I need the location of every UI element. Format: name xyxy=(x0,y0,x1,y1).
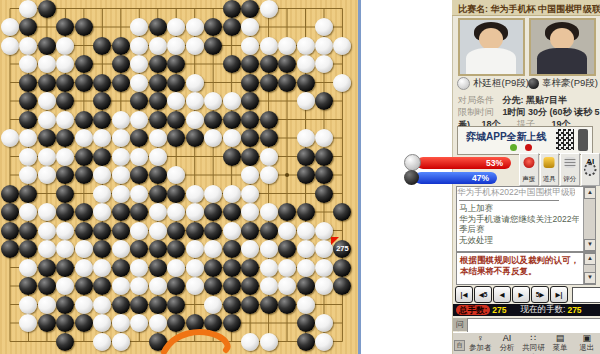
white-stone xyxy=(130,314,148,332)
last-move-button[interactable]: ▶| xyxy=(550,286,568,303)
black-stone xyxy=(130,166,148,184)
person-icon: ♀ xyxy=(467,334,494,343)
white-stone xyxy=(167,92,185,110)
white-stone xyxy=(130,111,148,129)
white-stone xyxy=(260,333,278,351)
qr-code-icon xyxy=(556,129,574,150)
menu-label: 菜单 xyxy=(553,343,568,352)
black-stone xyxy=(56,296,74,314)
black-stone xyxy=(204,111,222,129)
black-stone xyxy=(56,74,74,92)
white-stone xyxy=(19,55,37,73)
black-stone xyxy=(223,314,241,332)
black-stone xyxy=(204,222,222,240)
black-stone xyxy=(1,203,19,221)
white-stone xyxy=(241,18,259,36)
black-stone xyxy=(93,240,111,258)
white-stone xyxy=(278,37,296,55)
black-stone xyxy=(278,296,296,314)
black-stone xyxy=(241,55,259,73)
android-icon[interactable] xyxy=(510,144,517,151)
black-stone xyxy=(19,185,37,203)
black-stone xyxy=(223,0,241,18)
white-stone xyxy=(56,277,74,295)
match-header: 比赛名: 华为手机杯 中国围棋甲级联赛 xyxy=(452,0,600,16)
participants-label: 参加者 xyxy=(469,343,492,352)
white-stone xyxy=(186,111,204,129)
white-stone xyxy=(204,92,222,110)
white-stone xyxy=(260,0,278,18)
black-stone xyxy=(149,92,167,110)
time-label: 限制时间 xyxy=(458,107,494,117)
black-stone xyxy=(241,148,259,166)
black-stone xyxy=(19,222,37,240)
black-stone xyxy=(112,259,130,277)
white-stone xyxy=(149,277,167,295)
black-stone xyxy=(149,259,167,277)
white-stone xyxy=(93,166,111,184)
greeting-input[interactable] xyxy=(467,318,600,333)
white-stone xyxy=(19,203,37,221)
white-stone xyxy=(315,222,333,240)
black-stone-icon xyxy=(404,170,419,185)
photo-face xyxy=(479,28,503,50)
black-stone xyxy=(1,185,19,203)
white-stone xyxy=(38,203,56,221)
white-stone xyxy=(56,55,74,73)
black-stone xyxy=(56,314,74,332)
white-stone xyxy=(204,240,222,258)
last-move-stone: 275 xyxy=(333,240,351,258)
white-stone xyxy=(19,37,37,55)
white-stone xyxy=(186,92,204,110)
chat-line-clipped: 华为手机杯2022中国围棋甲级联赛 xyxy=(457,187,575,199)
black-stone xyxy=(56,333,74,351)
black-stone xyxy=(112,203,130,221)
white-player-row: 朴廷桓(P9段) xyxy=(457,77,529,89)
black-winrate-bar: 47% xyxy=(415,172,497,184)
black-stone xyxy=(204,259,222,277)
black-stone xyxy=(112,296,130,314)
black-winrate-row: 47% xyxy=(404,170,497,185)
white-stone xyxy=(56,240,74,258)
white-stone xyxy=(38,55,56,73)
black-stone xyxy=(297,148,315,166)
black-stone xyxy=(241,129,259,147)
white-stone xyxy=(130,222,148,240)
black-stone xyxy=(56,185,74,203)
white-stone xyxy=(204,296,222,314)
white-stone xyxy=(149,222,167,240)
black-stone xyxy=(75,166,93,184)
black-stone xyxy=(223,148,241,166)
white-player-name: 朴廷桓(P9段) xyxy=(473,77,529,90)
black-stone xyxy=(93,37,111,55)
book-icon: ▤ xyxy=(547,334,574,343)
current-move-label: 现在的手数: xyxy=(521,304,566,316)
scroll-down-icon[interactable]: ▼ xyxy=(584,239,596,251)
greeting-label: 问候语 xyxy=(453,318,467,331)
black-stone xyxy=(297,74,315,92)
black-stone xyxy=(167,55,185,73)
white-stone xyxy=(223,92,241,110)
black-stone xyxy=(19,18,37,36)
white-stone xyxy=(56,222,74,240)
black-stone xyxy=(260,222,278,240)
white-stone xyxy=(56,111,74,129)
chat-scrollbar[interactable]: ▲ ▼ xyxy=(583,187,595,251)
white-stone xyxy=(149,203,167,221)
black-stone xyxy=(38,314,56,332)
chat-line: 马上加赛 xyxy=(457,203,579,214)
move-count-bar: 总手数: 275 现在的手数: 275 xyxy=(453,304,600,316)
ai-icon: AI xyxy=(494,334,521,343)
black-stone xyxy=(112,55,130,73)
white-stone xyxy=(297,222,315,240)
black-stone xyxy=(241,296,259,314)
black-stone xyxy=(149,240,167,258)
chat-line: 华为手机邀请您继续关注2022年围甲联赛 xyxy=(457,214,579,225)
conditions-label: 对局条件 xyxy=(458,95,494,105)
photo-torso xyxy=(537,48,587,74)
white-winrate-row: 53% xyxy=(404,155,511,170)
white-stone xyxy=(297,296,315,314)
white-stone xyxy=(38,166,56,184)
scroll-up-icon[interactable]: ▲ xyxy=(584,253,596,265)
white-stone xyxy=(167,166,185,184)
black-stone xyxy=(297,314,315,332)
white-stone xyxy=(186,277,204,295)
cheer-label: 声援 xyxy=(520,175,538,184)
white-stone xyxy=(130,37,148,55)
white-stone xyxy=(56,37,74,55)
black-stone xyxy=(130,203,148,221)
black-stone xyxy=(186,129,204,147)
stones-layer: 275 xyxy=(0,0,358,354)
white-stone xyxy=(93,259,111,277)
white-stone xyxy=(130,185,148,203)
black-stone xyxy=(315,148,333,166)
move-number-label: 275 xyxy=(333,240,351,258)
white-stone-icon xyxy=(404,154,421,171)
black-stone xyxy=(223,296,241,314)
move-number-input[interactable] xyxy=(572,287,600,303)
white-stone xyxy=(38,240,56,258)
white-stone xyxy=(149,148,167,166)
black-stone xyxy=(260,129,278,147)
black-stone xyxy=(56,203,74,221)
white-stone xyxy=(112,185,130,203)
black-stone xyxy=(167,185,185,203)
chat-line: 无效处理 xyxy=(457,235,579,246)
black-stone xyxy=(93,111,111,129)
white-stone xyxy=(112,111,130,129)
white-stone xyxy=(38,148,56,166)
white-stone xyxy=(112,240,130,258)
black-stone xyxy=(260,55,278,73)
white-stone xyxy=(130,259,148,277)
auto-button[interactable]: 自 xyxy=(454,340,465,351)
current-move-value: 275 xyxy=(567,305,581,315)
black-stone xyxy=(75,148,93,166)
black-stone xyxy=(278,74,296,92)
black-stone xyxy=(297,333,315,351)
black-stone xyxy=(167,74,185,92)
white-stone xyxy=(315,259,333,277)
white-stone xyxy=(260,37,278,55)
participants-button[interactable]: ♀ 参加者 xyxy=(467,334,494,353)
black-stone xyxy=(223,18,241,36)
black-stone xyxy=(260,111,278,129)
white-stone xyxy=(93,185,111,203)
white-stone xyxy=(149,37,167,55)
photo-face xyxy=(550,28,574,50)
white-stone xyxy=(38,92,56,110)
white-player-photo xyxy=(458,18,525,76)
black-stone xyxy=(278,240,296,258)
white-stone xyxy=(38,222,56,240)
white-stone xyxy=(186,37,204,55)
white-stone xyxy=(130,55,148,73)
black-stone xyxy=(19,277,37,295)
black-stone xyxy=(167,240,185,258)
match-title: 比赛名: 华为手机杯 中国围棋甲级联赛 xyxy=(452,0,600,16)
ai-analysis-button[interactable]: AI 分析 xyxy=(494,334,521,353)
white-stone xyxy=(278,277,296,295)
scroll-down-icon[interactable]: ▼ xyxy=(584,272,596,284)
items-button[interactable]: 道具 xyxy=(540,153,560,186)
analysis-label: 分析 xyxy=(499,343,514,352)
exit-label: 退出 xyxy=(579,343,594,352)
cheer-buttons: 声援 道具 评分 AI xyxy=(519,153,600,186)
black-stone xyxy=(278,203,296,221)
white-stone xyxy=(38,111,56,129)
forward-button[interactable]: ▶ xyxy=(512,286,530,303)
phone-icon xyxy=(578,129,588,151)
black-stone xyxy=(56,129,74,147)
item-box-icon xyxy=(544,157,555,168)
white-stone xyxy=(260,259,278,277)
white-stone xyxy=(241,333,259,351)
white-stone xyxy=(93,203,111,221)
black-stone xyxy=(93,148,111,166)
white-stone xyxy=(186,259,204,277)
black-stone xyxy=(333,259,351,277)
white-stone xyxy=(260,148,278,166)
white-stone xyxy=(260,203,278,221)
white-stone xyxy=(333,74,351,92)
black-stone xyxy=(93,92,111,110)
white-stone xyxy=(112,277,130,295)
white-stone xyxy=(223,222,241,240)
black-stone xyxy=(278,55,296,73)
white-stone xyxy=(186,203,204,221)
white-stone xyxy=(75,259,93,277)
items-label: 道具 xyxy=(541,175,559,184)
black-stone xyxy=(223,240,241,258)
exit-button[interactable]: ▣ 退出 xyxy=(573,334,600,353)
white-stone xyxy=(315,277,333,295)
black-stone xyxy=(167,277,185,295)
black-stone xyxy=(149,185,167,203)
chat-box[interactable]: 华为手机杯2022中国围棋甲级联赛 马上加赛 华为手机邀请您继续关注2022年围… xyxy=(456,186,596,252)
komi-value: 分先: 黑贴7目半 xyxy=(503,95,568,105)
black-player-photo xyxy=(529,18,596,76)
research-label: 共同研究 xyxy=(522,343,545,354)
white-stone xyxy=(112,166,130,184)
go-board[interactable]: 275 xyxy=(0,0,358,354)
joint-research-button[interactable]: ∷ 共同研究 xyxy=(520,334,547,354)
white-stone xyxy=(260,240,278,258)
cheer-button[interactable]: 声援 xyxy=(519,153,539,186)
black-stone xyxy=(149,111,167,129)
scroll-up-icon[interactable]: ▲ xyxy=(584,187,596,199)
white-stone xyxy=(167,203,185,221)
black-stone xyxy=(75,222,93,240)
white-stone xyxy=(112,148,130,166)
black-stone xyxy=(75,55,93,73)
white-stone xyxy=(1,18,19,36)
black-stone xyxy=(112,74,130,92)
app-promo-banner[interactable]: 弈城APP全新上线 xyxy=(457,126,593,155)
black-stone xyxy=(38,74,56,92)
notice-scrollbar[interactable]: ▲ ▼ xyxy=(583,253,595,284)
board-right-divider xyxy=(358,0,361,354)
white-stone xyxy=(333,37,351,55)
black-player-row: 辜梓豪(P9段) xyxy=(528,77,598,89)
white-stone xyxy=(186,74,204,92)
door-icon: ▣ xyxy=(573,334,600,343)
black-stone xyxy=(167,296,185,314)
black-stone xyxy=(130,240,148,258)
black-stone xyxy=(297,166,315,184)
menu-button[interactable]: ▤ 菜单 xyxy=(547,334,574,353)
white-stone xyxy=(112,314,130,332)
black-stone xyxy=(112,37,130,55)
back-button[interactable]: ◀ xyxy=(493,286,511,303)
white-stone xyxy=(19,259,37,277)
black-stone xyxy=(315,92,333,110)
black-stone xyxy=(19,74,37,92)
white-stone xyxy=(93,129,111,147)
photo-torso xyxy=(466,48,516,74)
white-stone xyxy=(75,129,93,147)
white-stone xyxy=(278,222,296,240)
white-stone xyxy=(112,129,130,147)
black-stone xyxy=(75,74,93,92)
white-stone xyxy=(186,240,204,258)
black-stone-icon xyxy=(528,78,539,89)
ai-button[interactable]: AI xyxy=(581,153,600,186)
black-stone xyxy=(56,18,74,36)
black-stone xyxy=(38,259,56,277)
black-stone xyxy=(241,222,259,240)
white-stone xyxy=(93,314,111,332)
black-stone xyxy=(38,277,56,295)
first-move-button[interactable]: |◀ xyxy=(455,286,473,303)
black-stone xyxy=(223,203,241,221)
black-stone xyxy=(241,277,259,295)
black-stone xyxy=(75,111,93,129)
black-stone xyxy=(56,259,74,277)
white-stone xyxy=(315,240,333,258)
black-stone xyxy=(223,111,241,129)
apple-icon[interactable] xyxy=(525,144,532,151)
papers-icon xyxy=(564,157,575,168)
black-stone xyxy=(75,314,93,332)
white-stone xyxy=(315,37,333,55)
white-stone xyxy=(19,148,37,166)
white-stone xyxy=(315,333,333,351)
white-stone xyxy=(315,18,333,36)
chat-divider xyxy=(459,200,559,201)
black-stone xyxy=(56,166,74,184)
black-stone xyxy=(93,74,111,92)
black-stone xyxy=(204,18,222,36)
white-stone xyxy=(241,185,259,203)
black-stone xyxy=(130,92,148,110)
black-stone xyxy=(204,203,222,221)
white-stone xyxy=(241,37,259,55)
rose-icon xyxy=(523,157,534,168)
white-stone xyxy=(75,296,93,314)
white-stone xyxy=(19,129,37,147)
black-stone xyxy=(241,92,259,110)
white-stone-icon xyxy=(457,77,470,90)
black-stone xyxy=(333,277,351,295)
white-stone xyxy=(315,55,333,73)
white-stone xyxy=(241,166,259,184)
white-stone xyxy=(167,18,185,36)
white-stone xyxy=(297,37,315,55)
white-stone xyxy=(297,92,315,110)
black-stone xyxy=(223,259,241,277)
black-stone xyxy=(241,259,259,277)
white-stone xyxy=(130,74,148,92)
black-stone xyxy=(260,74,278,92)
black-stone xyxy=(241,0,259,18)
white-stone xyxy=(260,166,278,184)
score-button[interactable]: 评分 xyxy=(560,153,580,186)
white-stone xyxy=(19,314,37,332)
white-stone xyxy=(297,129,315,147)
dice-icon: ∷ xyxy=(520,334,547,343)
forward-5-button[interactable]: 5▶ xyxy=(531,286,549,303)
black-stone xyxy=(241,111,259,129)
white-stone xyxy=(1,37,19,55)
white-stone xyxy=(130,148,148,166)
white-stone xyxy=(149,314,167,332)
black-stone xyxy=(333,203,351,221)
black-stone xyxy=(167,129,185,147)
black-stone xyxy=(149,55,167,73)
black-stone xyxy=(223,55,241,73)
black-stone xyxy=(149,333,167,351)
black-stone xyxy=(19,92,37,110)
black-stone xyxy=(19,240,37,258)
black-stone xyxy=(130,129,148,147)
white-stone xyxy=(297,259,315,277)
white-stone xyxy=(315,129,333,147)
black-stone xyxy=(149,166,167,184)
black-player-name: 辜梓豪(P9段) xyxy=(542,77,598,90)
white-stone xyxy=(112,333,130,351)
black-stone xyxy=(149,18,167,36)
white-stone xyxy=(186,18,204,36)
black-stone xyxy=(112,222,130,240)
back-5-button[interactable]: ◀5 xyxy=(474,286,492,303)
referee-notice-box[interactable]: 根据围棋规则以及裁判的认可，本结果将不再反复。 ▲ ▼ xyxy=(456,252,596,285)
